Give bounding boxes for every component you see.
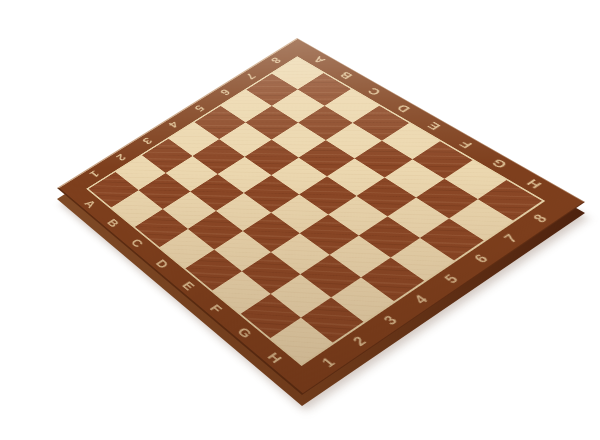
chess-board: AA88BB77CC66DD55EE44FF33GG22HH11 [57, 38, 585, 395]
scene: AA88BB77CC66DD55EE44FF33GG22HH11 [0, 0, 600, 440]
playing-field [86, 56, 545, 366]
